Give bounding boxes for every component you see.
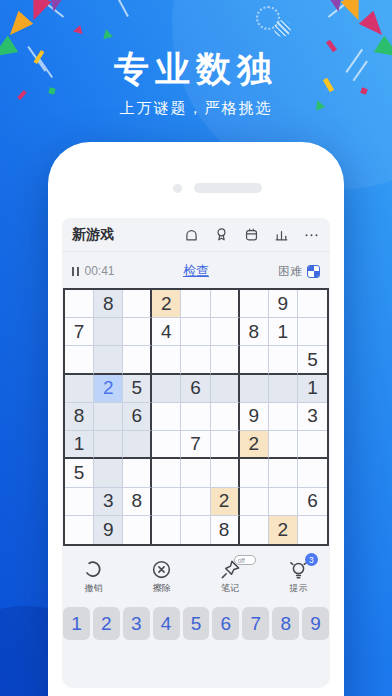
sudoku-board: 829748152561869317253826982	[63, 288, 329, 546]
sudoku-cell[interactable]	[152, 403, 181, 431]
sudoku-cell[interactable]: 8	[240, 318, 269, 346]
sudoku-cell[interactable]: 3	[94, 488, 123, 516]
sudoku-cell[interactable]	[181, 516, 210, 544]
sudoku-cell[interactable]	[298, 290, 327, 318]
sudoku-cell[interactable]	[240, 516, 269, 544]
sudoku-cell[interactable]	[65, 290, 94, 318]
sudoku-cell[interactable]: 6	[123, 403, 152, 431]
sudoku-cell[interactable]: 3	[298, 403, 327, 431]
sudoku-cell[interactable]: 5	[123, 375, 152, 403]
sudoku-cell[interactable]	[123, 431, 152, 459]
sudoku-cell[interactable]	[269, 431, 298, 459]
stats-icon[interactable]	[273, 226, 290, 243]
difficulty-grid-icon	[307, 265, 320, 278]
sudoku-cell[interactable]	[181, 488, 210, 516]
home-icon[interactable]	[183, 226, 200, 243]
banner-subtitle: 上万谜题，严格挑选	[0, 99, 392, 118]
sudoku-cell[interactable]	[181, 403, 210, 431]
numpad: 123456789	[63, 607, 329, 640]
sudoku-cell[interactable]: 1	[298, 375, 327, 403]
numpad-button-8[interactable]: 8	[272, 607, 299, 640]
confetti	[73, 24, 85, 35]
app-title: 新游戏	[72, 226, 114, 244]
sudoku-cell[interactable]	[123, 459, 152, 487]
sudoku-cell[interactable]	[298, 459, 327, 487]
sudoku-cell[interactable]: 2	[94, 375, 123, 403]
numpad-button-7[interactable]: 7	[242, 607, 269, 640]
toolbar: 撤销 擦除 off 笔记 3 提示	[62, 558, 330, 604]
sudoku-cell[interactable]: 5	[298, 346, 327, 374]
sudoku-cell[interactable]: 1	[269, 318, 298, 346]
sudoku-cell[interactable]	[152, 431, 181, 459]
sudoku-cell[interactable]	[298, 516, 327, 544]
numpad-button-2[interactable]: 2	[93, 607, 120, 640]
sudoku-cell[interactable]	[298, 431, 327, 459]
more-button[interactable]	[303, 226, 320, 243]
notes-button[interactable]: off 笔记	[219, 558, 242, 604]
sudoku-cell[interactable]	[240, 375, 269, 403]
erase-icon	[150, 558, 173, 581]
hint-button[interactable]: 3 提示	[287, 558, 310, 604]
erase-button[interactable]: 擦除	[150, 558, 173, 604]
numpad-button-3[interactable]: 3	[123, 607, 150, 640]
sudoku-cell[interactable]	[181, 318, 210, 346]
numpad-button-9[interactable]: 9	[302, 607, 329, 640]
sudoku-cell[interactable]: 5	[65, 459, 94, 487]
sudoku-cell[interactable]	[123, 290, 152, 318]
sudoku-cell[interactable]	[240, 346, 269, 374]
sudoku-cell[interactable]: 2	[211, 488, 240, 516]
sudoku-cell[interactable]: 6	[181, 375, 210, 403]
sudoku-cell[interactable]: 9	[240, 403, 269, 431]
sudoku-cell[interactable]	[123, 318, 152, 346]
sudoku-cell[interactable]: 8	[94, 290, 123, 318]
numpad-button-4[interactable]: 4	[153, 607, 180, 640]
camera-dot	[173, 184, 182, 193]
sudoku-cell[interactable]	[65, 346, 94, 374]
confetti	[101, 28, 113, 39]
numpad-button-1[interactable]: 1	[63, 607, 90, 640]
sudoku-cell[interactable]	[211, 403, 240, 431]
sudoku-cell[interactable]	[240, 488, 269, 516]
status-row: 00:41 检查 困难	[62, 258, 330, 284]
calendar-icon[interactable]	[243, 226, 260, 243]
sudoku-cell[interactable]	[123, 346, 152, 374]
sudoku-cell[interactable]	[211, 375, 240, 403]
sudoku-cell[interactable]	[181, 346, 210, 374]
banner-title: 专业数独	[0, 46, 392, 93]
sudoku-cell[interactable]	[65, 375, 94, 403]
sudoku-cell[interactable]: 9	[269, 290, 298, 318]
sudoku-cell[interactable]	[211, 290, 240, 318]
sudoku-cell[interactable]	[269, 403, 298, 431]
sudoku-cell[interactable]	[152, 459, 181, 487]
medal-icon[interactable]	[213, 226, 230, 243]
sudoku-cell[interactable]: 7	[181, 431, 210, 459]
sudoku-cell[interactable]: 2	[152, 290, 181, 318]
sudoku-cell[interactable]: 2	[240, 431, 269, 459]
numpad-button-5[interactable]: 5	[183, 607, 210, 640]
sudoku-cell[interactable]	[152, 488, 181, 516]
sudoku-cell[interactable]	[298, 318, 327, 346]
phone-mockup: 新游戏 00:41 检查 困难 8297	[48, 142, 344, 696]
sudoku-cell[interactable]	[269, 488, 298, 516]
app-screen: 新游戏 00:41 检查 困难 8297	[62, 218, 330, 688]
sudoku-cell[interactable]	[181, 459, 210, 487]
sudoku-cell[interactable]	[65, 516, 94, 544]
undo-icon	[82, 558, 105, 581]
sudoku-cell[interactable]	[123, 516, 152, 544]
sudoku-cell[interactable]: 8	[123, 488, 152, 516]
numpad-button-6[interactable]: 6	[212, 607, 239, 640]
sudoku-cell[interactable]	[240, 459, 269, 487]
sudoku-cell[interactable]	[211, 431, 240, 459]
app-bar: 新游戏	[62, 218, 330, 252]
speaker-pill	[194, 183, 262, 193]
undo-button[interactable]: 撤销	[82, 558, 105, 604]
sudoku-cell[interactable]	[152, 516, 181, 544]
difficulty-label: 困难	[278, 263, 302, 280]
sudoku-cell[interactable]	[152, 375, 181, 403]
sudoku-cell[interactable]	[269, 346, 298, 374]
sudoku-cell[interactable]	[269, 459, 298, 487]
notes-off-toggle[interactable]: off	[234, 555, 256, 565]
sudoku-cell[interactable]	[211, 459, 240, 487]
sudoku-cell[interactable]	[94, 459, 123, 487]
sudoku-cell[interactable]	[152, 346, 181, 374]
sudoku-cell[interactable]: 7	[65, 318, 94, 346]
sudoku-cell[interactable]	[211, 346, 240, 374]
sudoku-cell[interactable]: 2	[269, 516, 298, 544]
sudoku-cell[interactable]	[269, 375, 298, 403]
confetti	[274, 20, 291, 37]
sudoku-cell[interactable]: 4	[152, 318, 181, 346]
sudoku-cell[interactable]: 8	[211, 516, 240, 544]
sudoku-cell[interactable]: 1	[65, 431, 94, 459]
sudoku-cell[interactable]	[181, 290, 210, 318]
sudoku-cell[interactable]: 8	[65, 403, 94, 431]
sudoku-cell[interactable]	[94, 403, 123, 431]
sudoku-cell[interactable]: 9	[94, 516, 123, 544]
sudoku-cell[interactable]	[65, 488, 94, 516]
sudoku-cell[interactable]	[211, 318, 240, 346]
hint-badge: 3	[305, 553, 318, 566]
sudoku-cell[interactable]	[240, 290, 269, 318]
sudoku-cell[interactable]	[94, 346, 123, 374]
sudoku-cell[interactable]	[94, 431, 123, 459]
sudoku-cell[interactable]	[94, 318, 123, 346]
sudoku-cell[interactable]: 6	[298, 488, 327, 516]
promo-screenshot: 专业数独 上万谜题，严格挑选 新游戏 00:41 检查	[0, 0, 392, 696]
confetti	[117, 0, 129, 17]
